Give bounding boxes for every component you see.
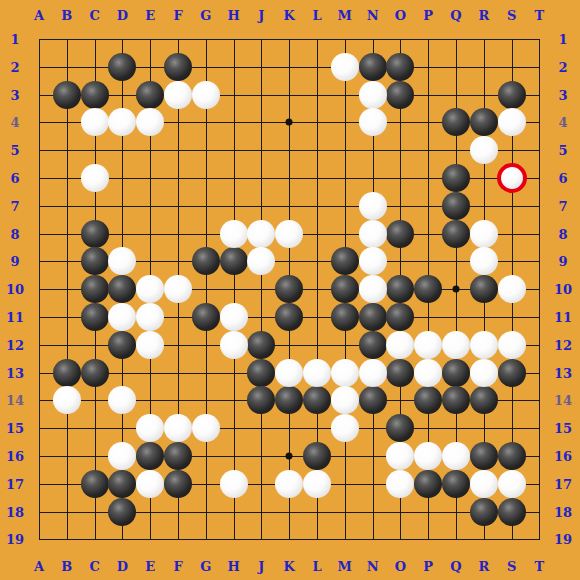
column-label-top: O — [395, 8, 406, 23]
column-label-bottom: N — [367, 559, 379, 574]
stone-white — [220, 470, 248, 498]
row-label-right: 15 — [554, 421, 572, 436]
stone-black — [414, 470, 442, 498]
row-label-right: 12 — [554, 337, 572, 352]
grid-line-horizontal — [39, 539, 540, 540]
stone-black — [81, 303, 109, 331]
column-label-bottom: B — [61, 559, 72, 574]
row-label-left: 11 — [6, 310, 24, 325]
row-label-left: 15 — [6, 421, 24, 436]
stone-black — [81, 275, 109, 303]
column-label-bottom: M — [338, 559, 352, 574]
column-label-bottom: O — [395, 559, 406, 574]
row-label-right: 6 — [558, 171, 567, 186]
stone-white — [331, 386, 359, 414]
stone-white — [470, 470, 498, 498]
column-label-bottom: A — [34, 559, 44, 574]
stone-white — [359, 247, 387, 275]
stone-white — [359, 108, 387, 136]
stone-white — [192, 414, 220, 442]
stone-black — [470, 275, 498, 303]
stone-white — [414, 359, 442, 387]
stone-black — [108, 331, 136, 359]
stone-white — [386, 331, 414, 359]
stone-black — [386, 359, 414, 387]
stone-white — [220, 220, 248, 248]
stone-black — [303, 442, 331, 470]
column-label-top: R — [478, 8, 489, 23]
go-board[interactable]: AABBCCDDEEFFGGHHJJKKLLMMNNOOPPQQRRSSTT11… — [0, 0, 580, 580]
stone-black — [470, 442, 498, 470]
stone-white — [164, 414, 192, 442]
stone-white — [108, 247, 136, 275]
stone-black — [53, 359, 81, 387]
column-label-top: C — [89, 8, 99, 23]
column-label-top: P — [423, 8, 433, 23]
row-label-left: 12 — [6, 337, 24, 352]
row-label-right: 16 — [554, 449, 572, 464]
column-label-top: S — [507, 8, 516, 23]
stone-white — [359, 359, 387, 387]
star-point — [453, 286, 460, 293]
row-label-right: 8 — [558, 226, 567, 241]
stone-white — [220, 331, 248, 359]
stone-white — [470, 359, 498, 387]
stone-black — [81, 470, 109, 498]
stone-black — [247, 331, 275, 359]
column-label-top: T — [535, 8, 545, 23]
row-label-right: 4 — [558, 115, 567, 130]
star-point — [286, 119, 293, 126]
row-label-left: 1 — [10, 32, 19, 47]
column-label-bottom: G — [200, 559, 211, 574]
row-label-left: 4 — [10, 115, 19, 130]
stone-black — [386, 53, 414, 81]
stone-white — [303, 470, 331, 498]
stone-white — [470, 247, 498, 275]
row-label-left: 8 — [10, 226, 19, 241]
stone-white — [498, 470, 526, 498]
stone-black — [442, 192, 470, 220]
stone-black — [247, 386, 275, 414]
stone-black — [359, 331, 387, 359]
row-label-right: 9 — [558, 254, 567, 269]
column-label-top: B — [61, 8, 72, 23]
column-label-bottom: C — [89, 559, 99, 574]
stone-white — [331, 359, 359, 387]
stone-white — [359, 220, 387, 248]
stone-black — [442, 470, 470, 498]
row-label-right: 18 — [554, 504, 572, 519]
stone-black — [108, 498, 136, 526]
row-label-left: 7 — [10, 198, 19, 213]
stone-white — [108, 386, 136, 414]
stone-black — [331, 247, 359, 275]
column-label-top: J — [258, 8, 264, 23]
column-label-bottom: J — [258, 559, 264, 574]
stone-white — [275, 359, 303, 387]
star-point — [286, 453, 293, 460]
row-label-left: 18 — [6, 504, 24, 519]
stone-black — [442, 359, 470, 387]
stone-white — [108, 442, 136, 470]
row-label-left: 5 — [10, 143, 19, 158]
stone-white — [359, 275, 387, 303]
stone-black — [414, 386, 442, 414]
row-label-left: 6 — [10, 171, 19, 186]
row-label-left: 19 — [6, 532, 24, 547]
stone-black — [81, 81, 109, 109]
stone-white — [275, 470, 303, 498]
stone-white — [386, 470, 414, 498]
row-label-left: 13 — [6, 365, 24, 380]
stone-black — [442, 164, 470, 192]
stone-black — [498, 81, 526, 109]
stone-white — [164, 275, 192, 303]
column-label-top: Q — [450, 8, 461, 23]
column-label-top: A — [34, 8, 44, 23]
row-label-right: 11 — [554, 310, 572, 325]
row-label-right: 10 — [554, 282, 572, 297]
stone-white — [303, 359, 331, 387]
stone-white — [53, 386, 81, 414]
stone-white — [331, 53, 359, 81]
stone-black — [386, 303, 414, 331]
stone-white — [108, 303, 136, 331]
stone-white — [275, 220, 303, 248]
stone-white — [247, 220, 275, 248]
row-label-left: 14 — [6, 393, 24, 408]
column-label-top: G — [200, 8, 211, 23]
column-label-bottom: D — [117, 559, 128, 574]
stone-white — [136, 414, 164, 442]
column-label-top: H — [227, 8, 239, 23]
stone-black — [470, 108, 498, 136]
stone-white — [331, 414, 359, 442]
stone-white — [498, 108, 526, 136]
stone-white — [81, 164, 109, 192]
stone-black — [164, 470, 192, 498]
column-label-bottom: P — [423, 559, 433, 574]
row-label-left: 9 — [10, 254, 19, 269]
stone-black — [108, 470, 136, 498]
stone-black — [275, 275, 303, 303]
row-label-left: 17 — [6, 476, 24, 491]
column-label-top: D — [117, 8, 128, 23]
stone-black — [359, 303, 387, 331]
column-label-bottom: T — [535, 559, 545, 574]
column-label-bottom: L — [312, 559, 321, 574]
stone-white — [136, 108, 164, 136]
row-label-right: 14 — [554, 393, 572, 408]
column-label-top: F — [173, 8, 182, 23]
column-label-bottom: E — [145, 559, 155, 574]
row-label-right: 7 — [558, 198, 567, 213]
stone-white — [136, 470, 164, 498]
row-label-left: 10 — [6, 282, 24, 297]
row-label-right: 19 — [554, 532, 572, 547]
row-label-left: 16 — [6, 449, 24, 464]
stone-black — [108, 53, 136, 81]
stone-white — [359, 81, 387, 109]
column-label-top: L — [312, 8, 321, 23]
stone-black — [498, 498, 526, 526]
stone-white — [498, 331, 526, 359]
row-label-right: 2 — [558, 59, 567, 74]
stone-white — [247, 247, 275, 275]
stone-black — [386, 81, 414, 109]
stone-black — [359, 386, 387, 414]
stone-white — [498, 275, 526, 303]
stone-white — [414, 442, 442, 470]
stone-black — [303, 386, 331, 414]
stone-black — [442, 220, 470, 248]
stone-black — [136, 442, 164, 470]
stone-black — [386, 414, 414, 442]
last-move-stone-white — [497, 163, 527, 193]
stone-black — [470, 498, 498, 526]
stone-black — [81, 220, 109, 248]
stone-white — [359, 192, 387, 220]
stone-black — [108, 275, 136, 303]
stone-white — [470, 331, 498, 359]
stone-white — [136, 331, 164, 359]
column-label-bottom: Q — [450, 559, 461, 574]
column-label-top: M — [338, 8, 352, 23]
stone-black — [386, 275, 414, 303]
stone-black — [498, 359, 526, 387]
stone-black — [331, 275, 359, 303]
stone-white — [414, 331, 442, 359]
stone-black — [386, 220, 414, 248]
stone-white — [81, 108, 109, 136]
column-label-top: E — [145, 8, 155, 23]
stone-black — [192, 247, 220, 275]
stone-black — [247, 359, 275, 387]
stone-black — [164, 442, 192, 470]
row-label-right: 13 — [554, 365, 572, 380]
stone-white — [386, 442, 414, 470]
column-label-bottom: H — [227, 559, 239, 574]
stone-black — [359, 53, 387, 81]
row-label-right: 1 — [558, 32, 567, 47]
column-label-bottom: F — [173, 559, 182, 574]
column-label-bottom: R — [478, 559, 489, 574]
row-label-right: 3 — [558, 87, 567, 102]
stone-white — [442, 331, 470, 359]
stone-white — [220, 303, 248, 331]
stone-white — [470, 136, 498, 164]
stone-white — [470, 220, 498, 248]
stone-black — [53, 81, 81, 109]
stone-black — [498, 442, 526, 470]
stone-black — [442, 386, 470, 414]
stone-black — [136, 81, 164, 109]
stone-black — [81, 247, 109, 275]
stone-white — [136, 303, 164, 331]
stone-black — [331, 303, 359, 331]
stone-black — [81, 359, 109, 387]
grid-line-vertical — [539, 39, 540, 540]
row-label-right: 17 — [554, 476, 572, 491]
stone-white — [108, 108, 136, 136]
column-label-top: K — [284, 8, 295, 23]
stone-black — [275, 303, 303, 331]
row-label-left: 3 — [10, 87, 19, 102]
row-label-right: 5 — [558, 143, 567, 158]
stone-black — [470, 386, 498, 414]
grid-line-horizontal — [39, 428, 540, 429]
stone-white — [192, 81, 220, 109]
stone-black — [192, 303, 220, 331]
stone-black — [220, 247, 248, 275]
stone-black — [442, 108, 470, 136]
row-label-left: 2 — [10, 59, 19, 74]
stone-black — [164, 53, 192, 81]
column-label-bottom: K — [284, 559, 295, 574]
column-label-top: N — [367, 8, 379, 23]
stone-white — [442, 442, 470, 470]
stone-black — [275, 386, 303, 414]
stone-white — [136, 275, 164, 303]
stone-white — [164, 81, 192, 109]
stone-black — [414, 275, 442, 303]
column-label-bottom: S — [507, 559, 516, 574]
